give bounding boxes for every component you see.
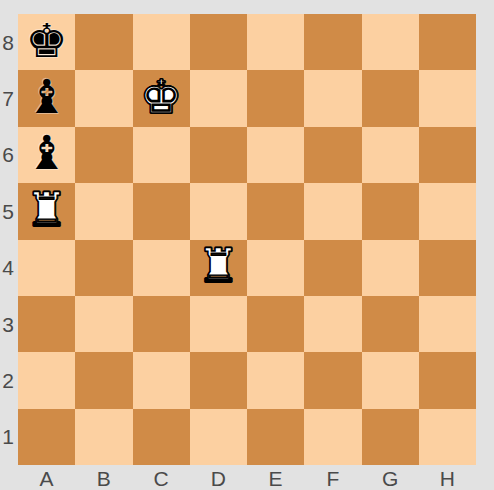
square-f7[interactable] bbox=[304, 70, 361, 126]
square-c6[interactable] bbox=[133, 127, 190, 183]
rank-label-8: 8 bbox=[0, 14, 18, 70]
square-c4[interactable] bbox=[133, 240, 190, 296]
square-c1[interactable] bbox=[133, 409, 190, 465]
square-b4[interactable] bbox=[75, 240, 132, 296]
square-h3[interactable] bbox=[419, 296, 476, 352]
square-f4[interactable] bbox=[304, 240, 361, 296]
square-f1[interactable] bbox=[304, 409, 361, 465]
square-f2[interactable] bbox=[304, 352, 361, 408]
rank-label-4: 4 bbox=[0, 240, 18, 296]
file-label-e: E bbox=[247, 465, 304, 489]
square-a8[interactable]: ♚ bbox=[18, 14, 75, 70]
square-h8[interactable] bbox=[419, 14, 476, 70]
square-d4[interactable]: ♜ bbox=[190, 240, 247, 296]
square-g2[interactable] bbox=[362, 352, 419, 408]
black-bishop[interactable]: ♝ bbox=[26, 73, 68, 120]
square-a3[interactable] bbox=[18, 296, 75, 352]
square-d5[interactable] bbox=[190, 183, 247, 239]
chess-board-area: 8♚7♝♚6♝5♜4♜321ABCDEFGH bbox=[0, 14, 476, 489]
square-e5[interactable] bbox=[247, 183, 304, 239]
square-e7[interactable] bbox=[247, 70, 304, 126]
square-a4[interactable] bbox=[18, 240, 75, 296]
rank-label-3: 3 bbox=[0, 296, 18, 352]
square-a5[interactable]: ♜ bbox=[18, 183, 75, 239]
rank-label-7: 7 bbox=[0, 70, 18, 126]
square-h7[interactable] bbox=[419, 70, 476, 126]
file-label-g: G bbox=[362, 465, 419, 489]
square-b6[interactable] bbox=[75, 127, 132, 183]
file-label-d: D bbox=[190, 465, 247, 489]
square-a6[interactable]: ♝ bbox=[18, 127, 75, 183]
square-c3[interactable] bbox=[133, 296, 190, 352]
square-c7[interactable]: ♚ bbox=[133, 70, 190, 126]
square-f8[interactable] bbox=[304, 14, 361, 70]
square-a1[interactable] bbox=[18, 409, 75, 465]
white-rook[interactable]: ♜ bbox=[197, 242, 239, 289]
square-d7[interactable] bbox=[190, 70, 247, 126]
square-e4[interactable] bbox=[247, 240, 304, 296]
square-h1[interactable] bbox=[419, 409, 476, 465]
square-h2[interactable] bbox=[419, 352, 476, 408]
square-g5[interactable] bbox=[362, 183, 419, 239]
square-f3[interactable] bbox=[304, 296, 361, 352]
square-b7[interactable] bbox=[75, 70, 132, 126]
file-label-h: H bbox=[419, 465, 476, 489]
rank-label-5: 5 bbox=[0, 183, 18, 239]
square-e8[interactable] bbox=[247, 14, 304, 70]
square-d1[interactable] bbox=[190, 409, 247, 465]
square-h6[interactable] bbox=[419, 127, 476, 183]
white-rook[interactable]: ♜ bbox=[26, 186, 68, 233]
square-b5[interactable] bbox=[75, 183, 132, 239]
square-e3[interactable] bbox=[247, 296, 304, 352]
square-e2[interactable] bbox=[247, 352, 304, 408]
rank-label-6: 6 bbox=[0, 127, 18, 183]
square-e1[interactable] bbox=[247, 409, 304, 465]
square-a7[interactable]: ♝ bbox=[18, 70, 75, 126]
square-g1[interactable] bbox=[362, 409, 419, 465]
file-label-c: C bbox=[133, 465, 190, 489]
black-bishop[interactable]: ♝ bbox=[26, 129, 68, 176]
black-king[interactable]: ♚ bbox=[26, 17, 68, 64]
white-king[interactable]: ♚ bbox=[140, 73, 182, 120]
square-d3[interactable] bbox=[190, 296, 247, 352]
square-h4[interactable] bbox=[419, 240, 476, 296]
file-label-a: A bbox=[18, 465, 75, 489]
square-c8[interactable] bbox=[133, 14, 190, 70]
square-g6[interactable] bbox=[362, 127, 419, 183]
square-b8[interactable] bbox=[75, 14, 132, 70]
square-c2[interactable] bbox=[133, 352, 190, 408]
square-a2[interactable] bbox=[18, 352, 75, 408]
rank-label-2: 2 bbox=[0, 352, 18, 408]
square-b1[interactable] bbox=[75, 409, 132, 465]
square-b3[interactable] bbox=[75, 296, 132, 352]
square-c5[interactable] bbox=[133, 183, 190, 239]
chess-board: 8♚7♝♚6♝5♜4♜321ABCDEFGH bbox=[0, 14, 476, 489]
square-e6[interactable] bbox=[247, 127, 304, 183]
square-f6[interactable] bbox=[304, 127, 361, 183]
square-g4[interactable] bbox=[362, 240, 419, 296]
square-g3[interactable] bbox=[362, 296, 419, 352]
board-corner-spacer bbox=[0, 465, 18, 489]
file-label-b: B bbox=[75, 465, 132, 489]
square-g7[interactable] bbox=[362, 70, 419, 126]
square-b2[interactable] bbox=[75, 352, 132, 408]
square-h5[interactable] bbox=[419, 183, 476, 239]
rank-label-1: 1 bbox=[0, 409, 18, 465]
square-d2[interactable] bbox=[190, 352, 247, 408]
square-g8[interactable] bbox=[362, 14, 419, 70]
square-d8[interactable] bbox=[190, 14, 247, 70]
file-label-f: F bbox=[304, 465, 361, 489]
square-f5[interactable] bbox=[304, 183, 361, 239]
square-d6[interactable] bbox=[190, 127, 247, 183]
